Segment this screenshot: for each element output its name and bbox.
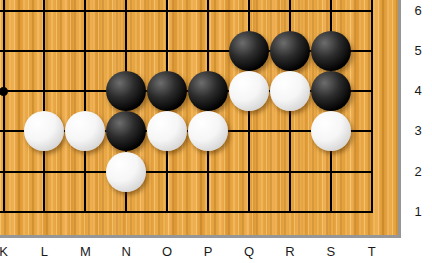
column-label: R bbox=[279, 244, 301, 260]
white-stone-glyph: ○ bbox=[154, 111, 181, 151]
grid-horizontal-line bbox=[0, 211, 373, 213]
row-label: 4 bbox=[407, 83, 429, 99]
column-label: M bbox=[74, 244, 96, 260]
stone-white: ○ bbox=[65, 111, 105, 151]
grid-vertical-line bbox=[3, 0, 5, 213]
stone-white: ○ bbox=[147, 111, 187, 151]
grid-horizontal-line bbox=[0, 10, 373, 12]
stone-black: ● bbox=[229, 31, 269, 71]
black-stone-glyph: ● bbox=[113, 111, 140, 151]
row-label: 6 bbox=[407, 3, 429, 19]
grid-horizontal-line bbox=[0, 171, 373, 173]
stone-black: ● bbox=[270, 31, 310, 71]
star-point bbox=[0, 87, 8, 96]
white-stone-glyph: ○ bbox=[113, 152, 140, 192]
white-stone-glyph: ○ bbox=[236, 71, 263, 111]
go-board-view: ●●●●●●○○●○○●○○○○ KLMNOPQRST 654321 bbox=[0, 0, 432, 263]
black-stone-glyph: ● bbox=[236, 31, 263, 71]
row-label: 3 bbox=[407, 123, 429, 139]
stone-black: ● bbox=[311, 71, 351, 111]
black-stone-glyph: ● bbox=[318, 31, 345, 71]
white-stone-glyph: ○ bbox=[318, 111, 345, 151]
black-stone-glyph: ● bbox=[318, 71, 345, 111]
stone-black: ● bbox=[106, 71, 146, 111]
white-stone-glyph: ○ bbox=[195, 111, 222, 151]
white-stone-glyph: ○ bbox=[72, 111, 99, 151]
row-label: 1 bbox=[407, 204, 429, 220]
column-label: Q bbox=[238, 244, 260, 260]
go-board[interactable]: ●●●●●●○○●○○●○○○○ bbox=[0, 0, 401, 238]
black-stone-glyph: ● bbox=[195, 71, 222, 111]
column-label: L bbox=[33, 244, 55, 260]
column-label: O bbox=[156, 244, 178, 260]
stone-white: ○ bbox=[270, 71, 310, 111]
column-label: P bbox=[197, 244, 219, 260]
stone-white: ○ bbox=[106, 152, 146, 192]
stone-black: ● bbox=[106, 111, 146, 151]
column-label: N bbox=[115, 244, 137, 260]
black-stone-glyph: ● bbox=[154, 71, 181, 111]
black-stone-glyph: ● bbox=[277, 31, 304, 71]
stone-white: ○ bbox=[229, 71, 269, 111]
stone-white: ○ bbox=[311, 111, 351, 151]
stone-black: ● bbox=[188, 71, 228, 111]
stone-white: ○ bbox=[188, 111, 228, 151]
white-stone-glyph: ○ bbox=[31, 111, 58, 151]
row-label: 5 bbox=[407, 43, 429, 59]
stone-black: ● bbox=[147, 71, 187, 111]
column-label: S bbox=[320, 244, 342, 260]
stone-white: ○ bbox=[24, 111, 64, 151]
column-label: T bbox=[361, 244, 383, 260]
grid-vertical-line bbox=[371, 0, 373, 213]
column-label: K bbox=[0, 244, 15, 260]
white-stone-glyph: ○ bbox=[277, 71, 304, 111]
black-stone-glyph: ● bbox=[113, 71, 140, 111]
stone-black: ● bbox=[311, 31, 351, 71]
row-label: 2 bbox=[407, 164, 429, 180]
